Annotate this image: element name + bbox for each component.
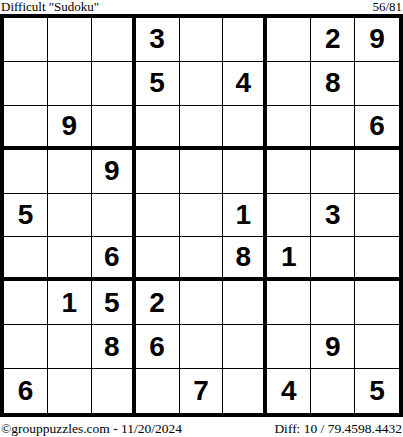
cell-r9c8[interactable]: [311, 369, 355, 413]
cell-r6c5[interactable]: [180, 237, 224, 281]
given-digit: 8: [325, 67, 341, 99]
given-digit: 9: [104, 155, 120, 187]
cell-r5c1[interactable]: 5: [4, 194, 48, 238]
cell-r7c9[interactable]: [355, 281, 399, 325]
cell-r2c1[interactable]: [4, 62, 48, 106]
given-digit: 4: [281, 375, 297, 407]
given-digit: 6: [149, 331, 165, 363]
given-digit: 9: [369, 23, 385, 55]
cell-r5c4[interactable]: [136, 194, 180, 238]
cell-r5c3[interactable]: [92, 194, 136, 238]
given-digit: 9: [325, 331, 341, 363]
cell-r3c9[interactable]: 6: [355, 106, 399, 150]
cell-r6c4[interactable]: [136, 237, 180, 281]
cell-r6c6[interactable]: 8: [223, 237, 267, 281]
cell-r1c6[interactable]: [223, 18, 267, 62]
difficulty-text: Diff: 10 / 79.4598.4432: [274, 422, 402, 435]
copyright-text: ©grouppuzzles.com - 11/20/2024: [1, 422, 182, 435]
given-digit: 1: [236, 199, 252, 231]
cell-r9c1[interactable]: 6: [4, 369, 48, 413]
cell-r6c9[interactable]: [355, 237, 399, 281]
cell-r4c3[interactable]: 9: [92, 150, 136, 194]
cell-r7c4[interactable]: 2: [136, 281, 180, 325]
cell-r8c9[interactable]: [355, 325, 399, 369]
cell-r7c6[interactable]: [223, 281, 267, 325]
cell-r3c4[interactable]: [136, 106, 180, 150]
cell-r7c1[interactable]: [4, 281, 48, 325]
cell-r8c6[interactable]: [223, 325, 267, 369]
cell-r1c1[interactable]: [4, 18, 48, 62]
cell-r5c9[interactable]: [355, 194, 399, 238]
given-digit: 5: [369, 375, 385, 407]
given-digit: 4: [236, 67, 252, 99]
cell-r9c3[interactable]: [92, 369, 136, 413]
cell-r6c7[interactable]: 1: [267, 237, 311, 281]
cell-r6c3[interactable]: 6: [92, 237, 136, 281]
cell-r8c2[interactable]: [48, 325, 92, 369]
cell-r4c4[interactable]: [136, 150, 180, 194]
header: Difficult "Sudoku" 56/81: [0, 0, 403, 14]
given-digit: 6: [18, 375, 34, 407]
footer: ©grouppuzzles.com - 11/20/2024 Diff: 10 …: [0, 417, 403, 437]
cell-r2c8[interactable]: 8: [311, 62, 355, 106]
empty-cells-counter: 56/81: [372, 0, 402, 13]
cell-r6c2[interactable]: [48, 237, 92, 281]
cell-r5c7[interactable]: [267, 194, 311, 238]
cell-r3c5[interactable]: [180, 106, 224, 150]
cell-r9c6[interactable]: [223, 369, 267, 413]
cell-r8c1[interactable]: [4, 325, 48, 369]
given-digit: 6: [104, 241, 120, 273]
puzzle-title: Difficult "Sudoku": [1, 0, 99, 13]
cell-r7c3[interactable]: 5: [92, 281, 136, 325]
cell-r6c1[interactable]: [4, 237, 48, 281]
cell-r1c9[interactable]: 9: [355, 18, 399, 62]
cell-r7c2[interactable]: 1: [48, 281, 92, 325]
cell-r5c2[interactable]: [48, 194, 92, 238]
cell-r1c2[interactable]: [48, 18, 92, 62]
cell-r9c4[interactable]: [136, 369, 180, 413]
cell-r3c3[interactable]: [92, 106, 136, 150]
cell-r7c8[interactable]: [311, 281, 355, 325]
cell-r3c8[interactable]: [311, 106, 355, 150]
cell-r2c2[interactable]: [48, 62, 92, 106]
cell-r2c3[interactable]: [92, 62, 136, 106]
cell-r9c2[interactable]: [48, 369, 92, 413]
given-digit: 6: [369, 110, 385, 142]
given-digit: 2: [149, 287, 165, 319]
given-digit: 5: [104, 287, 120, 319]
sudoku-board: 3295489695136811528696745: [0, 14, 403, 417]
cell-r2c6[interactable]: 4: [223, 62, 267, 106]
cell-r9c5[interactable]: 7: [180, 369, 224, 413]
cell-r2c4[interactable]: 5: [136, 62, 180, 106]
cell-r4c5[interactable]: [180, 150, 224, 194]
cell-r4c7[interactable]: [267, 150, 311, 194]
cell-r8c5[interactable]: [180, 325, 224, 369]
cell-r1c8[interactable]: 2: [311, 18, 355, 62]
cell-r4c6[interactable]: [223, 150, 267, 194]
cell-r5c5[interactable]: [180, 194, 224, 238]
sudoku-page: Difficult "Sudoku" 56/81 329548969513681…: [0, 0, 403, 437]
cell-r5c8[interactable]: 3: [311, 194, 355, 238]
cell-r4c1[interactable]: [4, 150, 48, 194]
cell-r8c4[interactable]: 6: [136, 325, 180, 369]
cell-r3c7[interactable]: [267, 106, 311, 150]
given-digit: 7: [193, 375, 209, 407]
given-digit: 8: [236, 241, 252, 273]
given-digit: 5: [149, 67, 165, 99]
cell-r2c9[interactable]: [355, 62, 399, 106]
cell-r8c7[interactable]: [267, 325, 311, 369]
cell-r2c7[interactable]: [267, 62, 311, 106]
cell-r8c8[interactable]: 9: [311, 325, 355, 369]
cell-r3c1[interactable]: [4, 106, 48, 150]
cell-r8c3[interactable]: 8: [92, 325, 136, 369]
cell-r1c7[interactable]: [267, 18, 311, 62]
cell-r9c7[interactable]: 4: [267, 369, 311, 413]
cell-r7c5[interactable]: [180, 281, 224, 325]
given-digit: 3: [325, 199, 341, 231]
cell-r5c6[interactable]: 1: [223, 194, 267, 238]
given-digit: 5: [18, 199, 34, 231]
given-digit: 2: [325, 23, 341, 55]
cell-r1c5[interactable]: [180, 18, 224, 62]
given-digit: 1: [281, 241, 297, 273]
cell-r4c9[interactable]: [355, 150, 399, 194]
cell-r1c4[interactable]: 3: [136, 18, 180, 62]
given-digit: 1: [62, 287, 78, 319]
cell-r4c8[interactable]: [311, 150, 355, 194]
cell-r2c5[interactable]: [180, 62, 224, 106]
given-digit: 9: [62, 110, 78, 142]
cell-r3c2[interactable]: 9: [48, 106, 92, 150]
cell-r6c8[interactable]: [311, 237, 355, 281]
cell-r1c3[interactable]: [92, 18, 136, 62]
given-digit: 8: [104, 331, 120, 363]
cell-r7c7[interactable]: [267, 281, 311, 325]
given-digit: 3: [149, 23, 165, 55]
cell-r3c6[interactable]: [223, 106, 267, 150]
cell-r9c9[interactable]: 5: [355, 369, 399, 413]
cell-r4c2[interactable]: [48, 150, 92, 194]
